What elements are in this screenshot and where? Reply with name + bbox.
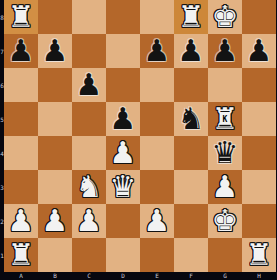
black-pawn: ♟ [208, 34, 242, 68]
black-pawn: ♟ [140, 34, 174, 68]
white-rook: ♜ [174, 0, 208, 34]
square-b1[interactable] [38, 238, 72, 272]
white-rook: ♜ [4, 238, 38, 272]
rank-label-7: 7 [0, 34, 4, 68]
square-f2[interactable] [174, 204, 208, 238]
square-e5[interactable] [140, 102, 174, 136]
square-f7[interactable]: ♟ [174, 34, 208, 68]
square-c7[interactable] [72, 34, 106, 68]
rank-label-1: 1 [0, 238, 4, 272]
square-b3[interactable] [38, 170, 72, 204]
white-pawn: ♟ [72, 204, 106, 238]
black-pawn: ♟ [38, 34, 72, 68]
square-h4[interactable] [242, 136, 276, 170]
square-g6[interactable] [208, 68, 242, 102]
square-g8[interactable]: ♚ [208, 0, 242, 34]
square-g1[interactable] [208, 238, 242, 272]
square-e7[interactable]: ♟ [140, 34, 174, 68]
white-pawn: ♟ [4, 204, 38, 238]
black-queen: ♛ [208, 136, 242, 170]
square-b2[interactable]: ♟ [38, 204, 72, 238]
square-g7[interactable]: ♟ [208, 34, 242, 68]
white-pawn: ♟ [208, 170, 242, 204]
square-a2[interactable]: ♟ [4, 204, 38, 238]
square-f3[interactable] [174, 170, 208, 204]
square-f4[interactable] [174, 136, 208, 170]
white-pawn: ♟ [38, 204, 72, 238]
file-label-f: f [174, 272, 208, 280]
square-a3[interactable] [4, 170, 38, 204]
square-a5[interactable] [4, 102, 38, 136]
square-g2[interactable]: ♚ [208, 204, 242, 238]
square-c5[interactable] [72, 102, 106, 136]
black-pawn: ♟ [242, 34, 276, 68]
rank-label-5: 5 [0, 102, 4, 136]
square-b8[interactable] [38, 0, 72, 34]
square-g5[interactable]: ♜K [208, 102, 242, 136]
file-label-a: a [4, 272, 38, 280]
piece-marker-K: K [208, 115, 242, 124]
rank-label-2: 2 [0, 204, 4, 238]
white-pawn: ♟ [106, 136, 140, 170]
square-f6[interactable] [174, 68, 208, 102]
chess-board: ♜♜♚♟♟♟♟♟♟♟♟♞♜K♟♛♞♛♟♟♟♟♟♚♜♜ [4, 0, 276, 272]
square-a1[interactable]: ♜ [4, 238, 38, 272]
square-b6[interactable] [38, 68, 72, 102]
square-c1[interactable] [72, 238, 106, 272]
square-d5[interactable]: ♟ [106, 102, 140, 136]
file-label-g: g [208, 272, 242, 280]
square-d1[interactable] [106, 238, 140, 272]
square-f1[interactable] [174, 238, 208, 272]
black-pawn: ♟ [106, 102, 140, 136]
square-b4[interactable] [38, 136, 72, 170]
square-c4[interactable] [72, 136, 106, 170]
square-h5[interactable] [242, 102, 276, 136]
square-h2[interactable] [242, 204, 276, 238]
white-queen: ♛ [106, 170, 140, 204]
square-c6[interactable]: ♟ [72, 68, 106, 102]
square-h7[interactable]: ♟ [242, 34, 276, 68]
black-pawn: ♟ [4, 34, 38, 68]
rank-label-8: 8 [0, 0, 4, 34]
square-c3[interactable]: ♞ [72, 170, 106, 204]
file-label-h: h [242, 272, 276, 280]
square-a8[interactable]: ♜ [4, 0, 38, 34]
square-a7[interactable]: ♟ [4, 34, 38, 68]
square-d4[interactable]: ♟ [106, 136, 140, 170]
white-rook: ♜ [242, 238, 276, 272]
square-e2[interactable]: ♟ [140, 204, 174, 238]
square-c2[interactable]: ♟ [72, 204, 106, 238]
white-rook: ♜ [208, 102, 242, 136]
square-c8[interactable] [72, 0, 106, 34]
rank-label-6: 6 [0, 68, 4, 102]
square-a6[interactable] [4, 68, 38, 102]
white-rook: ♜ [4, 0, 38, 34]
square-d7[interactable] [106, 34, 140, 68]
square-d8[interactable] [106, 0, 140, 34]
white-knight: ♞ [72, 170, 106, 204]
square-d6[interactable] [106, 68, 140, 102]
square-f8[interactable]: ♜ [174, 0, 208, 34]
square-d3[interactable]: ♛ [106, 170, 140, 204]
file-label-d: d [106, 272, 140, 280]
square-e1[interactable] [140, 238, 174, 272]
white-king: ♚ [208, 204, 242, 238]
square-g4[interactable]: ♛ [208, 136, 242, 170]
square-e3[interactable] [140, 170, 174, 204]
square-h3[interactable] [242, 170, 276, 204]
square-b7[interactable]: ♟ [38, 34, 72, 68]
black-pawn: ♟ [72, 68, 106, 102]
square-a4[interactable] [4, 136, 38, 170]
rank-label-3: 3 [0, 170, 4, 204]
square-g3[interactable]: ♟ [208, 170, 242, 204]
square-f5[interactable]: ♞ [174, 102, 208, 136]
square-e6[interactable] [140, 68, 174, 102]
square-b5[interactable] [38, 102, 72, 136]
file-label-c: c [72, 272, 106, 280]
chess-app-window: ♜♜♚♟♟♟♟♟♟♟♟♞♜K♟♛♞♛♟♟♟♟♟♚♜♜ 87654321 abcd… [0, 0, 277, 280]
square-d2[interactable] [106, 204, 140, 238]
white-pawn: ♟ [140, 204, 174, 238]
square-h6[interactable] [242, 68, 276, 102]
square-h8[interactable] [242, 0, 276, 34]
square-e8[interactable] [140, 0, 174, 34]
file-label-e: e [140, 272, 174, 280]
white-king: ♚ [208, 0, 242, 34]
square-e4[interactable] [140, 136, 174, 170]
black-pawn: ♟ [174, 34, 208, 68]
file-label-b: b [38, 272, 72, 280]
rank-label-4: 4 [0, 136, 4, 170]
black-knight: ♞ [174, 102, 208, 136]
square-h1[interactable]: ♜ [242, 238, 276, 272]
